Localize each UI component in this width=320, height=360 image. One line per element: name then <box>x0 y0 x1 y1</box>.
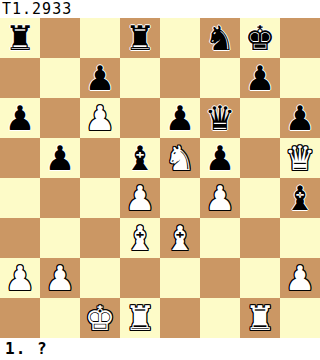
square-e7[interactable] <box>160 58 200 98</box>
square-a8[interactable]: ♜ <box>0 18 40 58</box>
square-d4[interactable]: ♟ <box>120 178 160 218</box>
white-rook-icon: ♜ <box>240 298 280 338</box>
square-c7[interactable]: ♟ <box>80 58 120 98</box>
square-c8[interactable] <box>80 18 120 58</box>
white-pawn-icon: ♟ <box>200 178 240 218</box>
square-e8[interactable] <box>160 18 200 58</box>
chess-board: ♜♜♞♚♟♟♟♟♟♛♟♟♝♞♟♛♟♟♝♝♝♟♟♟♚♜♜ <box>0 18 320 338</box>
square-f7[interactable] <box>200 58 240 98</box>
square-a5[interactable] <box>0 138 40 178</box>
square-b6[interactable] <box>40 98 80 138</box>
black-knight-icon: ♞ <box>200 18 240 58</box>
black-pawn-icon: ♟ <box>200 138 240 178</box>
square-c4[interactable] <box>80 178 120 218</box>
white-pawn-icon: ♟ <box>80 98 120 138</box>
black-rook-icon: ♜ <box>0 18 40 58</box>
square-a3[interactable] <box>0 218 40 258</box>
square-b2[interactable]: ♟ <box>40 258 80 298</box>
black-king-icon: ♚ <box>240 18 280 58</box>
black-rook-icon: ♜ <box>120 18 160 58</box>
square-d1[interactable]: ♜ <box>120 298 160 338</box>
square-h4[interactable]: ♝ <box>280 178 320 218</box>
square-h1[interactable] <box>280 298 320 338</box>
square-c3[interactable] <box>80 218 120 258</box>
square-a7[interactable] <box>0 58 40 98</box>
square-g1[interactable]: ♜ <box>240 298 280 338</box>
square-f8[interactable]: ♞ <box>200 18 240 58</box>
square-f6[interactable]: ♛ <box>200 98 240 138</box>
square-h2[interactable]: ♟ <box>280 258 320 298</box>
square-c1[interactable]: ♚ <box>80 298 120 338</box>
square-g6[interactable] <box>240 98 280 138</box>
square-e4[interactable] <box>160 178 200 218</box>
square-d3[interactable]: ♝ <box>120 218 160 258</box>
square-g2[interactable] <box>240 258 280 298</box>
square-f5[interactable]: ♟ <box>200 138 240 178</box>
square-g8[interactable]: ♚ <box>240 18 280 58</box>
black-pawn-icon: ♟ <box>240 58 280 98</box>
black-pawn-icon: ♟ <box>40 138 80 178</box>
square-f1[interactable] <box>200 298 240 338</box>
square-d6[interactable] <box>120 98 160 138</box>
square-c6[interactable]: ♟ <box>80 98 120 138</box>
square-d2[interactable] <box>120 258 160 298</box>
black-pawn-icon: ♟ <box>80 58 120 98</box>
square-c2[interactable] <box>80 258 120 298</box>
white-pawn-icon: ♟ <box>120 178 160 218</box>
square-e6[interactable]: ♟ <box>160 98 200 138</box>
black-pawn-icon: ♟ <box>280 98 320 138</box>
white-rook-icon: ♜ <box>120 298 160 338</box>
square-g4[interactable] <box>240 178 280 218</box>
chess-puzzle-window: T1.2933 ♜♜♞♚♟♟♟♟♟♛♟♟♝♞♟♛♟♟♝♝♝♟♟♟♚♜♜ 1. ? <box>0 0 320 360</box>
black-bishop-icon: ♝ <box>280 178 320 218</box>
white-pawn-icon: ♟ <box>0 258 40 298</box>
white-bishop-icon: ♝ <box>120 218 160 258</box>
white-pawn-icon: ♟ <box>40 258 80 298</box>
black-queen-icon: ♛ <box>200 98 240 138</box>
square-g3[interactable] <box>240 218 280 258</box>
square-e3[interactable]: ♝ <box>160 218 200 258</box>
square-g5[interactable] <box>240 138 280 178</box>
square-e2[interactable] <box>160 258 200 298</box>
square-b7[interactable] <box>40 58 80 98</box>
square-b1[interactable] <box>40 298 80 338</box>
square-b5[interactable]: ♟ <box>40 138 80 178</box>
square-c5[interactable] <box>80 138 120 178</box>
white-king-icon: ♚ <box>80 298 120 338</box>
white-knight-icon: ♞ <box>160 138 200 178</box>
square-f2[interactable] <box>200 258 240 298</box>
square-a2[interactable]: ♟ <box>0 258 40 298</box>
square-d8[interactable]: ♜ <box>120 18 160 58</box>
puzzle-title: T1.2933 <box>0 0 320 18</box>
square-b4[interactable] <box>40 178 80 218</box>
white-bishop-icon: ♝ <box>160 218 200 258</box>
black-bishop-icon: ♝ <box>120 138 160 178</box>
move-prompt: 1. ? <box>0 338 320 360</box>
square-b8[interactable] <box>40 18 80 58</box>
square-h7[interactable] <box>280 58 320 98</box>
square-e1[interactable] <box>160 298 200 338</box>
white-pawn-icon: ♟ <box>280 258 320 298</box>
square-a1[interactable] <box>0 298 40 338</box>
square-g7[interactable]: ♟ <box>240 58 280 98</box>
square-e5[interactable]: ♞ <box>160 138 200 178</box>
square-h3[interactable] <box>280 218 320 258</box>
square-h8[interactable] <box>280 18 320 58</box>
black-pawn-icon: ♟ <box>160 98 200 138</box>
square-d7[interactable] <box>120 58 160 98</box>
square-d5[interactable]: ♝ <box>120 138 160 178</box>
square-h5[interactable]: ♛ <box>280 138 320 178</box>
square-a6[interactable]: ♟ <box>0 98 40 138</box>
black-pawn-icon: ♟ <box>0 98 40 138</box>
square-h6[interactable]: ♟ <box>280 98 320 138</box>
square-f4[interactable]: ♟ <box>200 178 240 218</box>
square-b3[interactable] <box>40 218 80 258</box>
square-a4[interactable] <box>0 178 40 218</box>
white-queen-icon: ♛ <box>280 138 320 178</box>
square-f3[interactable] <box>200 218 240 258</box>
